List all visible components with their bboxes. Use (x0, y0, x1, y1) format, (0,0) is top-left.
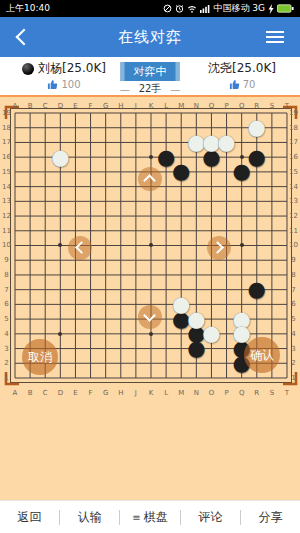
column-label-bottom: G (103, 389, 108, 397)
cancel-button[interactable]: 取消 (22, 339, 58, 375)
dash-left: — (120, 84, 130, 95)
column-label-top: D (58, 102, 63, 110)
carrier-label: 中国移动 3G (213, 2, 265, 15)
black-stone: ● (174, 165, 189, 180)
toolbar-item-label: 返回 (18, 509, 42, 526)
move-right-button[interactable] (207, 236, 231, 260)
chevron-up-icon (143, 174, 156, 187)
toolbar-item-back[interactable]: 返回 (0, 509, 59, 526)
column-label-top: J (135, 102, 137, 110)
column-label-bottom: D (58, 389, 63, 397)
row-label-left: 5 (0, 315, 13, 323)
move-count: 22手 (139, 82, 162, 96)
toolbar-item-label: 棋盘 (144, 509, 168, 526)
column-label-bottom: S (270, 389, 274, 397)
column-label-bottom: C (43, 389, 48, 397)
game-status-badge: 对弈中 (121, 62, 180, 81)
star-point (58, 332, 62, 336)
row-label-left: 18 (0, 124, 13, 132)
row-label-left: 17 (0, 138, 13, 146)
column-label-top: L (164, 102, 168, 110)
column-label-bottom: B (28, 389, 33, 397)
column-label-top: N (194, 102, 199, 110)
column-label-bottom: R (254, 389, 259, 397)
row-label-left: 6 (0, 300, 13, 308)
thumb-up-icon (229, 79, 240, 90)
row-label-right: 12 (287, 212, 300, 220)
row-label-right: 17 (287, 138, 300, 146)
white-stone: ● (53, 150, 68, 165)
star-point (149, 243, 153, 247)
white-like-count: 70 (243, 79, 256, 90)
column-label-top: Q (239, 102, 245, 110)
row-label-left: 12 (0, 212, 13, 220)
column-label-bottom: E (73, 389, 77, 397)
row-label-left: 8 (0, 271, 13, 279)
row-label-left: 3 (0, 345, 13, 353)
row-label-right: 3 (287, 345, 300, 353)
black-stone: ● (234, 165, 249, 180)
row-label-right: 7 (287, 286, 300, 294)
toolbar-item-label: 评论 (198, 509, 222, 526)
column-label-top: H (118, 102, 123, 110)
thumb-up-icon (47, 79, 58, 90)
toolbar-item-comment[interactable]: 评论 (181, 509, 240, 526)
column-label-top: R (254, 102, 259, 110)
row-label-left: 2 (0, 359, 13, 367)
chevron-down-icon (143, 309, 156, 322)
row-label-right: 4 (287, 330, 300, 338)
black-like-button[interactable]: 100 (8, 79, 120, 90)
row-label-right: 19 (287, 109, 300, 117)
column-label-bottom: H (118, 389, 123, 397)
column-label-top: G (103, 102, 108, 110)
row-label-right: 14 (287, 183, 300, 191)
column-label-top: C (43, 102, 48, 110)
star-point (149, 155, 153, 159)
column-label-top: P (224, 102, 228, 110)
battery-icon (277, 4, 294, 13)
black-stone: ● (249, 282, 264, 297)
white-stone: ● (204, 326, 219, 341)
nav-bar: 在线对弈 (0, 17, 300, 57)
row-label-right: 6 (287, 300, 300, 308)
toolbar-item-resign[interactable]: 认输 (60, 509, 119, 526)
black-like-count: 100 (61, 79, 80, 90)
row-label-left: 16 (0, 153, 13, 161)
column-label-top: F (89, 102, 93, 110)
column-label-bottom: L (164, 389, 168, 397)
column-label-top: A (13, 102, 18, 110)
dash-right: — (170, 84, 180, 95)
row-label-right: 11 (287, 227, 300, 235)
page-title: 在线对弈 (0, 28, 300, 47)
black-stone: ● (249, 150, 264, 165)
wifi-icon (187, 4, 197, 13)
column-label-bottom: N (194, 389, 199, 397)
white-player-name: 沈尧[25.0K] (208, 60, 276, 77)
move-up-button[interactable] (138, 167, 162, 191)
column-label-bottom: O (209, 389, 215, 397)
move-left-button[interactable] (68, 236, 92, 260)
row-label-right: 1 (287, 374, 300, 382)
row-label-left: 9 (0, 256, 13, 264)
column-label-bottom: J (135, 389, 137, 397)
toolbar-item-label: 认输 (78, 509, 102, 526)
row-label-left: 11 (0, 227, 13, 235)
toolbar-item-label: 分享 (258, 509, 282, 526)
row-label-left: 13 (0, 197, 13, 205)
row-label-right: 15 (287, 168, 300, 176)
player-bar: 刘杨[25.0K] 100 对弈中 — 22手 — 沈尧[25.0K] 70 (0, 57, 300, 95)
signal-strength-icon (200, 4, 210, 13)
confirm-button[interactable]: 确认 (244, 337, 280, 373)
status-bar: 上午10:40 中国移动 3G (0, 0, 300, 17)
column-label-top: S (270, 102, 274, 110)
column-label-bottom: M (178, 389, 184, 397)
move-count-row: — 22手 — (120, 82, 181, 96)
column-label-bottom: T (285, 389, 289, 397)
board-area: ●●●●●●●●●●●●●●●●●●●●● 取消 确认 AABBCCDDEEFF… (0, 95, 300, 500)
column-label-top: K (149, 102, 154, 110)
star-point (149, 332, 153, 336)
row-label-right: 8 (287, 271, 300, 279)
do-not-disturb-icon (163, 4, 172, 13)
column-label-top: B (28, 102, 33, 110)
white-stone: ● (249, 120, 264, 135)
white-player-block: 沈尧[25.0K] 70 (190, 60, 294, 90)
black-stone-icon (22, 63, 34, 75)
row-label-left: 14 (0, 183, 13, 191)
row-label-right: 5 (287, 315, 300, 323)
bottom-toolbar: 返回认输≡棋盘评论分享 (0, 500, 300, 533)
chevron-right-icon (211, 241, 224, 254)
row-label-left: 1 (0, 374, 13, 382)
row-label-left: 4 (0, 330, 13, 338)
toolbar-item-share[interactable]: 分享 (241, 509, 300, 526)
charging-icon (268, 4, 274, 14)
column-label-bottom: K (149, 389, 154, 397)
menu-icon[interactable] (266, 31, 284, 43)
row-label-left: 15 (0, 168, 13, 176)
row-label-left: 10 (0, 241, 13, 249)
row-label-right: 10 (287, 241, 300, 249)
toolbar-item-board[interactable]: ≡棋盘 (120, 509, 179, 526)
black-player-name: 刘杨[25.0K] (38, 60, 106, 77)
white-stone: ● (234, 326, 249, 341)
row-label-left: 7 (0, 286, 13, 294)
column-label-bottom: P (224, 389, 228, 397)
column-label-top: O (209, 102, 215, 110)
row-label-right: 2 (287, 359, 300, 367)
row-label-right: 13 (287, 197, 300, 205)
column-label-bottom: Q (239, 389, 245, 397)
star-point (58, 243, 62, 247)
row-label-right: 16 (287, 153, 300, 161)
column-label-bottom: F (89, 389, 93, 397)
black-player-block: 刘杨[25.0K] 100 (8, 60, 120, 90)
row-label-right: 9 (287, 256, 300, 264)
alarm-clock-icon (175, 4, 184, 13)
row-label-right: 18 (287, 124, 300, 132)
column-label-top: E (73, 102, 77, 110)
move-down-button[interactable] (138, 305, 162, 329)
column-label-bottom: A (13, 389, 18, 397)
white-stone: ● (219, 135, 234, 150)
status-time: 上午10:40 (6, 2, 50, 15)
column-label-top: M (178, 102, 184, 110)
row-label-left: 19 (0, 109, 13, 117)
white-like-button[interactable]: 70 (190, 79, 294, 90)
board-icon: ≡ (132, 512, 140, 523)
star-point (240, 243, 244, 247)
chevron-left-icon (75, 241, 88, 254)
